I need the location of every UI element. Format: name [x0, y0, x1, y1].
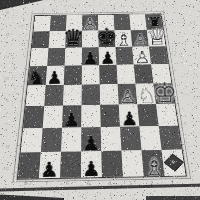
black-pawn-f3[interactable]: ♟ [114, 110, 145, 128]
square-r8c2[interactable]: ♟ [39, 152, 61, 178]
black-pawn-c4[interactable]: ♟ [94, 50, 122, 66]
rank-label-2: 2 [150, 181, 153, 186]
side-marking-illegible: ⁚⁚⁚⁚⁚ [168, 43, 177, 89]
black-pawn-h5[interactable]: ♟ [75, 160, 108, 180]
photo-edge-artifact [0, 0, 44, 10]
rank-label-4: 4 [108, 181, 111, 186]
square-r6c3[interactable]: ♟ [62, 105, 82, 128]
file-label-g: g [5, 145, 10, 148]
rank-label-6: 6 [66, 181, 69, 186]
board-base-line [0, 183, 200, 191]
rank-label-7: 7 [45, 181, 48, 186]
rank-label-8: 8 [24, 181, 27, 186]
square-r6c8[interactable] [156, 104, 178, 126]
square-r3c5[interactable]: ♟ [99, 47, 117, 65]
square-r5c1[interactable] [26, 85, 46, 106]
file-label-d: d [5, 77, 10, 80]
rank-label-1: 1 [171, 181, 174, 186]
black-pawn-d7[interactable]: ♟ [40, 70, 68, 87]
rank-label-3: 3 [129, 181, 132, 186]
black-queen-b6[interactable]: ♛ [60, 27, 87, 49]
square-r5c3[interactable] [63, 85, 82, 106]
white-pawn-b2[interactable]: ♙ [127, 33, 154, 48]
square-r2c7[interactable]: ♙ [131, 30, 149, 47]
photo-edge-artifact [146, 196, 200, 200]
rank-label-5: 5 [87, 181, 90, 186]
white-bishop-h2[interactable]: ♗ [137, 156, 171, 179]
white-pawn-c2[interactable]: ♙ [129, 50, 157, 66]
square-r2c1[interactable] [32, 31, 50, 48]
square-r8c4[interactable]: ♟ [81, 151, 102, 177]
square-r8c7[interactable]: ♗ [142, 150, 165, 176]
square-r4c5[interactable] [99, 65, 117, 84]
square-r4c2[interactable]: ♟ [46, 66, 65, 85]
photo-edge-artifact [0, 193, 64, 200]
square-r6c1[interactable] [23, 106, 44, 129]
chessboard-photo: ♙♜♛♚♗♙♕♟♟♙♞♟♙♘♔♟♟♟♟♟♗✦ 87654321 abcdefgh… [0, 0, 200, 200]
square-r3c7[interactable]: ♙ [132, 47, 151, 65]
file-label-a: a [5, 11, 10, 14]
file-label-b: b [5, 33, 10, 36]
chess-board: ♙♜♛♚♗♙♕♟♟♙♞♟♙♘♔♟♟♟♟♟♗✦ [18, 14, 186, 179]
file-label-h: h [5, 167, 10, 170]
square-r7c2[interactable] [41, 128, 62, 152]
square-r5c6[interactable]: ♙ [118, 84, 138, 105]
square-r7c8[interactable] [159, 126, 182, 150]
black-pawn-h7[interactable]: ♟ [33, 160, 66, 180]
square-r4c4[interactable] [82, 65, 100, 84]
file-label-f: f [4, 123, 9, 125]
square-r2c3[interactable]: ♛ [65, 31, 82, 48]
board-frame: ♙♜♛♚♗♙♕♟♟♙♞♟♙♘♔♟♟♟♟♟♗✦ [17, 14, 187, 180]
square-r7c4[interactable]: ♟ [81, 127, 101, 151]
black-pawn-g5[interactable]: ♟ [75, 134, 107, 153]
file-label-e: e [5, 99, 10, 102]
square-r3c1[interactable] [30, 48, 49, 66]
square-r5c4[interactable] [82, 84, 101, 105]
white-pawn-e3[interactable]: ♙ [113, 89, 143, 106]
square-r6c6[interactable]: ♟ [119, 104, 140, 126]
square-r4c6[interactable] [117, 65, 136, 84]
square-r1c1[interactable] [33, 16, 50, 32]
square-r5c2[interactable] [44, 85, 63, 106]
file-label-c: c [5, 55, 10, 58]
black-pawn-f6[interactable]: ♟ [56, 111, 87, 129]
square-r7c1[interactable] [21, 128, 43, 152]
square-r7c6[interactable] [120, 126, 141, 150]
square-r3c2[interactable] [47, 48, 65, 66]
